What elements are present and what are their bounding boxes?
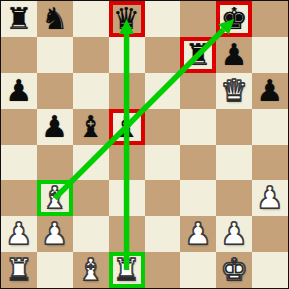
square-g6[interactable]: ♛ xyxy=(216,73,252,109)
square-g8[interactable]: ♚ xyxy=(216,1,252,37)
piece-white-pawn[interactable]: ♟ xyxy=(41,219,68,249)
square-a1[interactable]: ♜ xyxy=(1,252,37,288)
square-a7[interactable] xyxy=(1,37,37,73)
square-c7[interactable] xyxy=(73,37,109,73)
square-g5[interactable] xyxy=(216,109,252,145)
square-e5[interactable] xyxy=(145,109,181,145)
square-d7[interactable] xyxy=(109,37,145,73)
square-b4[interactable] xyxy=(37,145,73,181)
square-e2[interactable] xyxy=(145,216,181,252)
square-e6[interactable] xyxy=(145,73,181,109)
piece-white-pawn[interactable]: ♟ xyxy=(257,183,284,213)
square-e3[interactable] xyxy=(145,180,181,216)
piece-white-pawn[interactable]: ♟ xyxy=(221,219,248,249)
square-e7[interactable] xyxy=(145,37,181,73)
piece-white-queen[interactable]: ♛ xyxy=(221,76,248,106)
square-g2[interactable]: ♟ xyxy=(216,216,252,252)
square-h8[interactable] xyxy=(252,1,288,37)
square-g7[interactable]: ♟ xyxy=(216,37,252,73)
square-e1[interactable] xyxy=(145,252,181,288)
square-h3[interactable]: ♟ xyxy=(252,180,288,216)
square-a5[interactable] xyxy=(1,109,37,145)
square-f8[interactable] xyxy=(180,1,216,37)
square-b3[interactable]: ♝ xyxy=(37,180,73,216)
chess-board: ♜♞♛♚♜♟♟♛♟♟♝♝♝♟♟♟♟♟♜♝♜♚ xyxy=(0,0,289,289)
square-d1[interactable]: ♜ xyxy=(109,252,145,288)
square-b8[interactable]: ♞ xyxy=(37,1,73,37)
piece-black-pawn[interactable]: ♟ xyxy=(5,76,32,106)
piece-black-bishop[interactable]: ♝ xyxy=(113,112,140,142)
piece-white-bishop[interactable]: ♝ xyxy=(77,255,104,285)
square-g1[interactable]: ♚ xyxy=(216,252,252,288)
square-f1[interactable] xyxy=(180,252,216,288)
square-h6[interactable]: ♟ xyxy=(252,73,288,109)
square-d8[interactable]: ♛ xyxy=(109,1,145,37)
square-c1[interactable]: ♝ xyxy=(73,252,109,288)
square-a2[interactable]: ♟ xyxy=(1,216,37,252)
square-h7[interactable] xyxy=(252,37,288,73)
piece-black-pawn[interactable]: ♟ xyxy=(41,112,68,142)
piece-white-rook[interactable]: ♜ xyxy=(113,255,140,285)
square-b5[interactable]: ♟ xyxy=(37,109,73,145)
piece-white-pawn[interactable]: ♟ xyxy=(185,219,212,249)
piece-white-bishop[interactable]: ♝ xyxy=(41,183,68,213)
square-f6[interactable] xyxy=(180,73,216,109)
square-f3[interactable] xyxy=(180,180,216,216)
square-g4[interactable] xyxy=(216,145,252,181)
square-g3[interactable] xyxy=(216,180,252,216)
chess-board-container: ♜♞♛♚♜♟♟♛♟♟♝♝♝♟♟♟♟♟♜♝♜♚ xyxy=(0,0,289,289)
square-d4[interactable] xyxy=(109,145,145,181)
square-a4[interactable] xyxy=(1,145,37,181)
piece-white-rook[interactable]: ♜ xyxy=(5,255,32,285)
square-c2[interactable] xyxy=(73,216,109,252)
piece-black-queen[interactable]: ♛ xyxy=(113,4,140,34)
square-h1[interactable] xyxy=(252,252,288,288)
piece-black-knight[interactable]: ♞ xyxy=(41,4,68,34)
square-b6[interactable] xyxy=(37,73,73,109)
piece-black-bishop[interactable]: ♝ xyxy=(77,112,104,142)
piece-black-pawn[interactable]: ♟ xyxy=(257,76,284,106)
piece-black-rook[interactable]: ♜ xyxy=(5,4,32,34)
square-f5[interactable] xyxy=(180,109,216,145)
square-d5[interactable]: ♝ xyxy=(109,109,145,145)
square-c6[interactable] xyxy=(73,73,109,109)
piece-black-pawn[interactable]: ♟ xyxy=(221,40,248,70)
square-b1[interactable] xyxy=(37,252,73,288)
piece-black-rook[interactable]: ♜ xyxy=(185,40,212,70)
square-c8[interactable] xyxy=(73,1,109,37)
square-f2[interactable]: ♟ xyxy=(180,216,216,252)
square-f4[interactable] xyxy=(180,145,216,181)
square-a3[interactable] xyxy=(1,180,37,216)
piece-white-king[interactable]: ♚ xyxy=(221,255,248,285)
square-a6[interactable]: ♟ xyxy=(1,73,37,109)
square-h5[interactable] xyxy=(252,109,288,145)
square-d2[interactable] xyxy=(109,216,145,252)
square-a8[interactable]: ♜ xyxy=(1,1,37,37)
square-d6[interactable] xyxy=(109,73,145,109)
square-c3[interactable] xyxy=(73,180,109,216)
square-d3[interactable] xyxy=(109,180,145,216)
piece-white-pawn[interactable]: ♟ xyxy=(5,219,32,249)
square-h4[interactable] xyxy=(252,145,288,181)
square-c5[interactable]: ♝ xyxy=(73,109,109,145)
square-f7[interactable]: ♜ xyxy=(180,37,216,73)
square-b2[interactable]: ♟ xyxy=(37,216,73,252)
square-c4[interactable] xyxy=(73,145,109,181)
piece-black-king[interactable]: ♚ xyxy=(221,4,248,34)
square-h2[interactable] xyxy=(252,216,288,252)
square-e8[interactable] xyxy=(145,1,181,37)
square-e4[interactable] xyxy=(145,145,181,181)
square-b7[interactable] xyxy=(37,37,73,73)
